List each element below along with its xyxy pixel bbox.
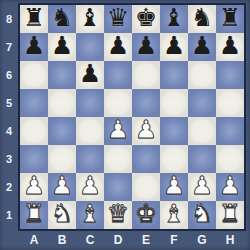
square-h5[interactable] — [216, 89, 244, 117]
square-g5[interactable] — [188, 89, 216, 117]
piece-white-bishop: ♝ — [79, 200, 101, 228]
square-h7[interactable]: ♟ — [216, 33, 244, 61]
square-d7[interactable]: ♟ — [104, 33, 132, 61]
file-label-c: C — [76, 231, 104, 250]
piece-white-pawn: ♟ — [135, 116, 157, 144]
square-c2[interactable]: ♟ — [76, 173, 104, 201]
square-e7[interactable]: ♟ — [132, 33, 160, 61]
piece-black-pawn: ♟ — [23, 32, 45, 60]
piece-black-rook: ♜ — [219, 4, 241, 32]
square-g7[interactable]: ♟ — [188, 33, 216, 61]
square-c7[interactable] — [76, 33, 104, 61]
square-b3[interactable] — [48, 145, 76, 173]
piece-black-pawn: ♟ — [219, 32, 241, 60]
piece-black-pawn: ♟ — [163, 32, 185, 60]
file-label-h: H — [216, 231, 244, 250]
piece-white-pawn: ♟ — [79, 172, 101, 200]
square-f5[interactable] — [160, 89, 188, 117]
square-e2[interactable] — [132, 173, 160, 201]
piece-black-pawn: ♟ — [79, 60, 101, 88]
square-e1[interactable]: ♚ — [132, 201, 160, 229]
square-a5[interactable] — [20, 89, 48, 117]
square-e3[interactable] — [132, 145, 160, 173]
chess-board: ♜♞♝♛♚♝♞♜♟♟♟♟♟♟♟♟♟♟♟♟♟♟♟♟♜♞♝♛♚♝♞♜ — [20, 5, 244, 229]
file-label-b: B — [48, 231, 76, 250]
rank-label-8: 8 — [0, 5, 18, 33]
square-a1[interactable]: ♜ — [20, 201, 48, 229]
square-b1[interactable]: ♞ — [48, 201, 76, 229]
square-f4[interactable] — [160, 117, 188, 145]
piece-white-pawn: ♟ — [107, 116, 129, 144]
file-label-e: E — [132, 231, 160, 250]
square-c8[interactable]: ♝ — [76, 5, 104, 33]
square-d5[interactable] — [104, 89, 132, 117]
square-a8[interactable]: ♜ — [20, 5, 48, 33]
square-a6[interactable] — [20, 61, 48, 89]
square-a3[interactable] — [20, 145, 48, 173]
square-d6[interactable] — [104, 61, 132, 89]
square-a4[interactable] — [20, 117, 48, 145]
square-g3[interactable] — [188, 145, 216, 173]
file-label-d: D — [104, 231, 132, 250]
square-d8[interactable]: ♛ — [104, 5, 132, 33]
square-g6[interactable] — [188, 61, 216, 89]
square-h2[interactable]: ♟ — [216, 173, 244, 201]
square-h6[interactable] — [216, 61, 244, 89]
square-e8[interactable]: ♚ — [132, 5, 160, 33]
square-c1[interactable]: ♝ — [76, 201, 104, 229]
piece-black-pawn: ♟ — [107, 32, 129, 60]
piece-white-king: ♚ — [135, 200, 157, 228]
square-c3[interactable] — [76, 145, 104, 173]
piece-white-rook: ♜ — [219, 200, 241, 228]
square-e6[interactable] — [132, 61, 160, 89]
square-a7[interactable]: ♟ — [20, 33, 48, 61]
square-h8[interactable]: ♜ — [216, 5, 244, 33]
square-c4[interactable] — [76, 117, 104, 145]
piece-white-knight: ♞ — [51, 200, 73, 228]
piece-black-bishop: ♝ — [79, 4, 101, 32]
rank-labels: 87654321 — [0, 5, 20, 229]
piece-black-bishop: ♝ — [163, 4, 185, 32]
file-label-f: F — [160, 231, 188, 250]
piece-black-pawn: ♟ — [135, 32, 157, 60]
piece-black-rook: ♜ — [23, 4, 45, 32]
rank-label-1: 1 — [0, 201, 18, 229]
piece-white-pawn: ♟ — [163, 172, 185, 200]
square-f6[interactable] — [160, 61, 188, 89]
square-d2[interactable] — [104, 173, 132, 201]
square-g8[interactable]: ♞ — [188, 5, 216, 33]
piece-black-pawn: ♟ — [51, 32, 73, 60]
square-h1[interactable]: ♜ — [216, 201, 244, 229]
square-d3[interactable] — [104, 145, 132, 173]
piece-white-knight: ♞ — [191, 200, 213, 228]
square-f1[interactable]: ♝ — [160, 201, 188, 229]
square-b2[interactable]: ♟ — [48, 173, 76, 201]
piece-white-queen: ♛ — [107, 200, 129, 228]
rank-label-7: 7 — [0, 33, 18, 61]
rank-label-5: 5 — [0, 89, 18, 117]
piece-white-pawn: ♟ — [191, 172, 213, 200]
chess-board-widget: ♜♞♝♛♚♝♞♜♟♟♟♟♟♟♟♟♟♟♟♟♟♟♟♟♜♞♝♛♚♝♞♜ 8765432… — [0, 0, 250, 250]
piece-white-rook: ♜ — [23, 200, 45, 228]
square-d4[interactable]: ♟ — [104, 117, 132, 145]
piece-white-bishop: ♝ — [163, 200, 185, 228]
square-b8[interactable]: ♞ — [48, 5, 76, 33]
square-b6[interactable] — [48, 61, 76, 89]
rank-label-6: 6 — [0, 61, 18, 89]
square-b4[interactable] — [48, 117, 76, 145]
square-g1[interactable]: ♞ — [188, 201, 216, 229]
square-f3[interactable] — [160, 145, 188, 173]
piece-black-pawn: ♟ — [191, 32, 213, 60]
file-label-g: G — [188, 231, 216, 250]
square-e5[interactable] — [132, 89, 160, 117]
square-g2[interactable]: ♟ — [188, 173, 216, 201]
square-h3[interactable] — [216, 145, 244, 173]
square-a2[interactable]: ♟ — [20, 173, 48, 201]
square-b5[interactable] — [48, 89, 76, 117]
square-c6[interactable]: ♟ — [76, 61, 104, 89]
square-h4[interactable] — [216, 117, 244, 145]
piece-black-king: ♚ — [135, 4, 157, 32]
square-f7[interactable]: ♟ — [160, 33, 188, 61]
square-f8[interactable]: ♝ — [160, 5, 188, 33]
rank-label-2: 2 — [0, 173, 18, 201]
square-b7[interactable]: ♟ — [48, 33, 76, 61]
square-f2[interactable]: ♟ — [160, 173, 188, 201]
piece-white-pawn: ♟ — [219, 172, 241, 200]
square-d1[interactable]: ♛ — [104, 201, 132, 229]
piece-black-queen: ♛ — [107, 4, 129, 32]
square-c5[interactable] — [76, 89, 104, 117]
file-label-a: A — [20, 231, 48, 250]
rank-label-3: 3 — [0, 145, 18, 173]
piece-black-knight: ♞ — [191, 4, 213, 32]
square-e4[interactable]: ♟ — [132, 117, 160, 145]
square-g4[interactable] — [188, 117, 216, 145]
rank-label-4: 4 — [0, 117, 18, 145]
piece-white-pawn: ♟ — [23, 172, 45, 200]
file-labels: ABCDEFGH — [20, 231, 244, 250]
piece-black-knight: ♞ — [51, 4, 73, 32]
piece-white-pawn: ♟ — [51, 172, 73, 200]
